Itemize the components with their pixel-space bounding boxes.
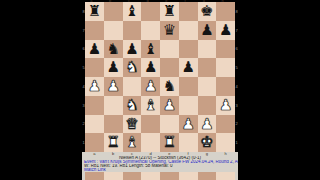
video-frame: abcdefgh 87654321 ♜♝♜♚♛♟♟♟♞♟♝♟♞♟♟♟♟♟♞♞♝♟… (0, 0, 320, 180)
partial-square (160, 172, 179, 180)
square-g5 (198, 58, 217, 77)
square-b3 (104, 96, 123, 115)
square-e7: ♛ (160, 21, 179, 40)
black-queen: ♛ (163, 21, 176, 39)
black-knight: ♞ (163, 77, 176, 95)
square-e8: ♜ (160, 2, 179, 21)
white-pawn: ♟ (88, 77, 101, 95)
square-g1: ♚ (198, 133, 217, 152)
board-column: abcdefgh 87654321 ♜♝♜♚♛♟♟♟♞♟♝♟♞♟♟♟♟♟♞♞♝♟… (82, 0, 238, 180)
rank-label-6: 6 (235, 40, 238, 59)
square-d1 (141, 133, 160, 152)
square-b5: ♟ (104, 58, 123, 77)
square-e6 (160, 40, 179, 59)
square-c3: ♞ (123, 96, 142, 115)
white-queen: ♛ (125, 115, 138, 133)
black-pawn: ♟ (125, 40, 138, 58)
square-a2 (85, 115, 104, 134)
square-h3: ♟ (216, 96, 235, 115)
square-c8: ♝ (123, 2, 142, 21)
square-g7: ♟ (198, 21, 217, 40)
white-pawn: ♟ (106, 77, 119, 95)
black-bishop: ♝ (125, 2, 138, 20)
square-b7 (104, 21, 123, 40)
partial-board-strip (85, 172, 238, 180)
black-rook: ♜ (88, 2, 101, 20)
square-a1 (85, 133, 104, 152)
square-h5 (216, 58, 235, 77)
square-c1: ♝ (123, 133, 142, 152)
square-d6: ♝ (141, 40, 160, 59)
black-rook: ♜ (163, 2, 176, 20)
white-bishop: ♝ (125, 133, 138, 151)
black-pawn: ♟ (88, 40, 101, 58)
square-g2: ♟ (198, 115, 217, 134)
square-f5: ♟ (179, 58, 198, 77)
square-b4: ♟ (104, 77, 123, 96)
square-g8: ♚ (198, 2, 217, 21)
square-f1 (179, 133, 198, 152)
square-d3: ♝ (141, 96, 160, 115)
black-pawn: ♟ (219, 21, 232, 39)
square-c5: ♞ (123, 58, 142, 77)
partial-square (104, 172, 123, 180)
square-g6 (198, 40, 217, 59)
partial-square (198, 172, 217, 180)
white-pawn: ♟ (219, 96, 232, 114)
square-b1: ♜ (104, 133, 123, 152)
square-e5 (160, 58, 179, 77)
square-c7 (123, 21, 142, 40)
square-h7: ♟ (216, 21, 235, 40)
square-h8 (216, 2, 235, 21)
rank-label-2: 2 (235, 115, 238, 134)
square-c2: ♛ (123, 115, 142, 134)
square-d7 (141, 21, 160, 40)
square-a6: ♟ (85, 40, 104, 59)
black-bishop: ♝ (144, 40, 157, 58)
rank-label-8: 8 (235, 2, 238, 21)
square-a8: ♜ (85, 2, 104, 21)
square-h6 (216, 40, 235, 59)
white-rook: ♜ (106, 133, 119, 151)
square-a3 (85, 96, 104, 115)
square-c4 (123, 77, 142, 96)
black-pawn: ♟ (106, 58, 119, 76)
square-a4: ♟ (85, 77, 104, 96)
square-e2 (160, 115, 179, 134)
square-a5 (85, 58, 104, 77)
partial-square (216, 172, 235, 180)
square-b8 (104, 2, 123, 21)
square-b2 (104, 115, 123, 134)
white-pawn: ♟ (200, 115, 213, 133)
square-f4 (179, 77, 198, 96)
square-d2 (141, 115, 160, 134)
white-pawn: ♟ (181, 115, 194, 133)
white-pawn: ♟ (163, 96, 176, 114)
rank-label-5: 5 (235, 58, 238, 77)
white-knight: ♞ (125, 58, 138, 76)
white-king: ♚ (200, 133, 213, 151)
square-h2 (216, 115, 235, 134)
square-g3 (198, 96, 217, 115)
square-f2: ♟ (179, 115, 198, 134)
rank-label-1: 1 (235, 133, 238, 152)
partial-square (85, 172, 104, 180)
white-bishop: ♝ (144, 96, 157, 114)
square-d8 (141, 2, 160, 21)
square-f8 (179, 2, 198, 21)
black-knight: ♞ (106, 40, 119, 58)
white-knight: ♞ (125, 96, 138, 114)
square-f6 (179, 40, 198, 59)
rank-labels-right: 87654321 (235, 2, 238, 152)
partial-square (123, 172, 142, 180)
square-d4: ♟ (141, 77, 160, 96)
game-caption: abcdefgh Nielsen A (2370) -- Stockfish (… (82, 152, 238, 180)
rank-label-7: 7 (235, 21, 238, 40)
square-e1: ♜ (160, 133, 179, 152)
chess-board: ♜♝♜♚♛♟♟♟♞♟♝♟♞♟♟♟♟♟♞♞♝♟♟♛♟♟♜♝♜♚ (85, 2, 235, 152)
square-b6: ♞ (104, 40, 123, 59)
square-h1 (216, 133, 235, 152)
square-f3 (179, 96, 198, 115)
partial-square (179, 172, 198, 180)
square-e4: ♞ (160, 77, 179, 96)
square-h4 (216, 77, 235, 96)
square-e3: ♟ (160, 96, 179, 115)
rank-label-3: 3 (235, 96, 238, 115)
black-king: ♚ (200, 2, 213, 20)
square-c6: ♟ (123, 40, 142, 59)
black-pawn: ♟ (200, 21, 213, 39)
partial-square (141, 172, 160, 180)
white-pawn: ♟ (144, 77, 157, 95)
rank-label-4: 4 (235, 77, 238, 96)
white-rook: ♜ (163, 133, 176, 151)
black-pawn: ♟ (144, 58, 157, 76)
square-f7 (179, 21, 198, 40)
square-a7 (85, 21, 104, 40)
square-g4 (198, 77, 217, 96)
black-pawn: ♟ (181, 58, 194, 76)
square-d5: ♟ (141, 58, 160, 77)
